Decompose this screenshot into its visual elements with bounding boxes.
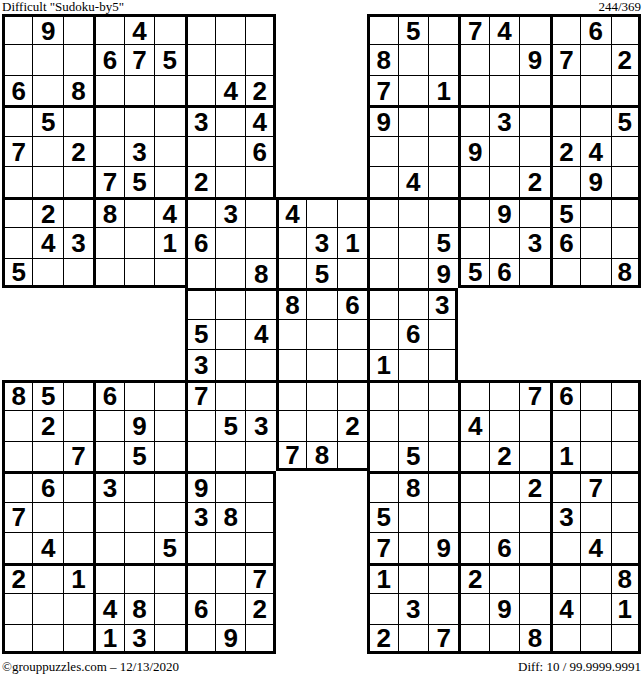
empty-cell-r3-c13[interactable] xyxy=(398,105,428,135)
empty-cell-r1-c7[interactable] xyxy=(215,44,245,74)
empty-cell-r13-c0[interactable] xyxy=(2,410,32,440)
empty-cell-r11-c11[interactable] xyxy=(337,349,367,379)
given-cell-r17-c5: 5 xyxy=(154,532,184,562)
empty-cell-r12-c16[interactable] xyxy=(489,380,519,410)
empty-cell-r5-c5[interactable] xyxy=(154,166,184,196)
empty-cell-r4-c7[interactable] xyxy=(215,136,245,166)
empty-cell-r13-c16[interactable] xyxy=(489,410,519,440)
empty-cell-r1-c1[interactable] xyxy=(32,44,62,74)
empty-cell-r16-c19[interactable] xyxy=(580,502,610,532)
empty-cell-r18-c7[interactable] xyxy=(215,563,245,593)
empty-cell-r15-c8[interactable] xyxy=(245,471,275,501)
empty-cell-r6-c13[interactable] xyxy=(398,197,428,227)
empty-cell-r1-c14[interactable] xyxy=(428,44,458,74)
empty-cell-r16-c2[interactable] xyxy=(63,502,93,532)
empty-cell-r13-c6[interactable] xyxy=(185,410,215,440)
empty-cell-r17-c18[interactable] xyxy=(550,532,580,562)
empty-cell-r12-c11[interactable] xyxy=(337,380,367,410)
empty-cell-r6-c17[interactable] xyxy=(519,197,549,227)
empty-cell-r8-c2[interactable] xyxy=(63,258,93,288)
empty-cell-r7-c7[interactable] xyxy=(215,227,245,257)
empty-cell-r20-c2[interactable] xyxy=(63,624,93,654)
empty-cell-r5-c15[interactable] xyxy=(458,166,488,196)
empty-cell-r2-c19[interactable] xyxy=(580,75,610,105)
void-r18-c9 xyxy=(276,563,306,593)
empty-cell-r14-c15[interactable] xyxy=(458,441,488,471)
empty-cell-r13-c17[interactable] xyxy=(519,410,549,440)
empty-cell-r19-c15[interactable] xyxy=(458,593,488,623)
given-cell-r16-c0: 7 xyxy=(2,502,32,532)
given-cell-r3-c16: 3 xyxy=(489,105,519,135)
empty-cell-r11-c8[interactable] xyxy=(245,349,275,379)
empty-cell-r10-c10[interactable] xyxy=(306,319,336,349)
empty-cell-r20-c18[interactable] xyxy=(550,624,580,654)
empty-cell-r16-c16[interactable] xyxy=(489,502,519,532)
empty-cell-r5-c14[interactable] xyxy=(428,166,458,196)
empty-cell-r8-c11[interactable] xyxy=(337,258,367,288)
empty-cell-r12-c9[interactable] xyxy=(276,380,306,410)
empty-cell-r18-c13[interactable] xyxy=(398,563,428,593)
empty-cell-r15-c20[interactable] xyxy=(611,471,641,501)
empty-cell-r4-c17[interactable] xyxy=(519,136,549,166)
given-cell-r19-c3: 4 xyxy=(93,593,123,623)
empty-cell-r8-c6[interactable] xyxy=(185,258,215,288)
empty-cell-r4-c3[interactable] xyxy=(93,136,123,166)
given-cell-r12-c17: 7 xyxy=(519,380,549,410)
empty-cell-r2-c18[interactable] xyxy=(550,75,580,105)
empty-cell-r17-c20[interactable] xyxy=(611,532,641,562)
empty-cell-r3-c2[interactable] xyxy=(63,105,93,135)
empty-cell-r8-c7[interactable] xyxy=(215,258,245,288)
empty-cell-r6-c8[interactable] xyxy=(245,197,275,227)
empty-cell-r18-c4[interactable] xyxy=(124,563,154,593)
void-r11-c16 xyxy=(489,349,519,379)
empty-cell-r8-c9[interactable] xyxy=(276,258,306,288)
empty-cell-r3-c0[interactable] xyxy=(2,105,32,135)
empty-cell-r9-c6[interactable] xyxy=(185,288,215,318)
empty-cell-r8-c19[interactable] xyxy=(580,258,610,288)
empty-cell-r13-c19[interactable] xyxy=(580,410,610,440)
given-cell-r4-c19: 4 xyxy=(580,136,610,166)
given-cell-r6-c5: 4 xyxy=(154,197,184,227)
empty-cell-r1-c13[interactable] xyxy=(398,44,428,74)
empty-cell-r14-c19[interactable] xyxy=(580,441,610,471)
void-r9-c19 xyxy=(580,288,610,318)
void-r15-c11 xyxy=(337,471,367,501)
empty-cell-r20-c13[interactable] xyxy=(398,624,428,654)
given-cell-r14-c9: 7 xyxy=(276,441,306,471)
empty-cell-r14-c5[interactable] xyxy=(154,441,184,471)
empty-cell-r19-c12[interactable] xyxy=(367,593,397,623)
empty-cell-r7-c19[interactable] xyxy=(580,227,610,257)
empty-cell-r15-c14[interactable] xyxy=(428,471,458,501)
empty-cell-r13-c12[interactable] xyxy=(367,410,397,440)
given-cell-r6-c9: 4 xyxy=(276,197,306,227)
empty-cell-r5-c12[interactable] xyxy=(367,166,397,196)
empty-cell-r2-c17[interactable] xyxy=(519,75,549,105)
given-cell-r19-c6: 6 xyxy=(185,593,215,623)
empty-cell-r16-c14[interactable] xyxy=(428,502,458,532)
empty-cell-r8-c1[interactable] xyxy=(32,258,62,288)
empty-cell-r18-c19[interactable] xyxy=(580,563,610,593)
given-cell-r5-c19: 9 xyxy=(580,166,610,196)
empty-cell-r18-c16[interactable] xyxy=(489,563,519,593)
empty-cell-r9-c7[interactable] xyxy=(215,288,245,318)
empty-cell-r3-c3[interactable] xyxy=(93,105,123,135)
empty-cell-r12-c12[interactable] xyxy=(367,380,397,410)
empty-cell-r18-c6[interactable] xyxy=(185,563,215,593)
empty-cell-r16-c17[interactable] xyxy=(519,502,549,532)
empty-cell-r12-c5[interactable] xyxy=(154,380,184,410)
given-cell-r19-c18: 4 xyxy=(550,593,580,623)
empty-cell-r3-c4[interactable] xyxy=(124,105,154,135)
empty-cell-r17-c13[interactable] xyxy=(398,532,428,562)
void-r9-c15 xyxy=(458,288,488,318)
empty-cell-r15-c7[interactable] xyxy=(215,471,245,501)
empty-cell-r14-c1[interactable] xyxy=(32,441,62,471)
empty-cell-r20-c16[interactable] xyxy=(489,624,519,654)
given-cell-r3-c1: 5 xyxy=(32,105,62,135)
empty-cell-r11-c7[interactable] xyxy=(215,349,245,379)
empty-cell-r11-c9[interactable] xyxy=(276,349,306,379)
empty-cell-r12-c2[interactable] xyxy=(63,380,93,410)
empty-cell-r2-c16[interactable] xyxy=(489,75,519,105)
empty-cell-r14-c7[interactable] xyxy=(215,441,245,471)
empty-cell-r13-c3[interactable] xyxy=(93,410,123,440)
empty-cell-r17-c0[interactable] xyxy=(2,532,32,562)
empty-cell-r15-c16[interactable] xyxy=(489,471,519,501)
empty-cell-r16-c15[interactable] xyxy=(458,502,488,532)
empty-cell-r8-c4[interactable] xyxy=(124,258,154,288)
empty-cell-r2-c20[interactable] xyxy=(611,75,641,105)
empty-cell-r20-c20[interactable] xyxy=(611,624,641,654)
given-cell-r7-c18: 6 xyxy=(550,227,580,257)
empty-cell-r16-c13[interactable] xyxy=(398,502,428,532)
empty-cell-r13-c13[interactable] xyxy=(398,410,428,440)
puzzle-counter: 244/369 xyxy=(598,0,641,14)
empty-cell-r11-c14[interactable] xyxy=(428,349,458,379)
given-cell-r3-c8: 4 xyxy=(245,105,275,135)
empty-cell-r13-c10[interactable] xyxy=(306,410,336,440)
empty-cell-r12-c15[interactable] xyxy=(458,380,488,410)
empty-cell-r14-c11[interactable] xyxy=(337,441,367,471)
empty-cell-r12-c10[interactable] xyxy=(306,380,336,410)
void-r10-c3 xyxy=(93,319,123,349)
empty-cell-r7-c4[interactable] xyxy=(124,227,154,257)
empty-cell-r18-c5[interactable] xyxy=(154,563,184,593)
empty-cell-r16-c20[interactable] xyxy=(611,502,641,532)
given-cell-r6-c18: 5 xyxy=(550,197,580,227)
empty-cell-r9-c10[interactable] xyxy=(306,288,336,318)
empty-cell-r2-c3[interactable] xyxy=(93,75,123,105)
empty-cell-r17-c3[interactable] xyxy=(93,532,123,562)
empty-cell-r17-c4[interactable] xyxy=(124,532,154,562)
empty-cell-r18-c1[interactable] xyxy=(32,563,62,593)
empty-cell-r17-c2[interactable] xyxy=(63,532,93,562)
empty-cell-r18-c17[interactable] xyxy=(519,563,549,593)
empty-cell-r7-c12[interactable] xyxy=(367,227,397,257)
empty-cell-r4-c1[interactable] xyxy=(32,136,62,166)
empty-cell-r3-c18[interactable] xyxy=(550,105,580,135)
empty-cell-r19-c2[interactable] xyxy=(63,593,93,623)
difficulty-text: Diff: 10 / 99.9999.9991 xyxy=(518,659,641,675)
empty-cell-r4-c14[interactable] xyxy=(428,136,458,166)
void-r10-c18 xyxy=(550,319,580,349)
empty-cell-r12-c14[interactable] xyxy=(428,380,458,410)
empty-cell-r9-c12[interactable] xyxy=(367,288,397,318)
empty-cell-r19-c17[interactable] xyxy=(519,593,549,623)
empty-cell-r18-c18[interactable] xyxy=(550,563,580,593)
empty-cell-r0-c6[interactable] xyxy=(185,14,215,44)
empty-cell-r6-c20[interactable] xyxy=(611,197,641,227)
void-r5-c11 xyxy=(337,166,367,196)
empty-cell-r8-c18[interactable] xyxy=(550,258,580,288)
empty-cell-r16-c8[interactable] xyxy=(245,502,275,532)
empty-cell-r7-c15[interactable] xyxy=(458,227,488,257)
empty-cell-r5-c1[interactable] xyxy=(32,166,62,196)
given-cell-r16-c12: 5 xyxy=(367,502,397,532)
given-cell-r15-c17: 2 xyxy=(519,471,549,501)
empty-cell-r1-c16[interactable] xyxy=(489,44,519,74)
empty-cell-r5-c0[interactable] xyxy=(2,166,32,196)
empty-cell-r12-c19[interactable] xyxy=(580,380,610,410)
empty-cell-r20-c15[interactable] xyxy=(458,624,488,654)
empty-cell-r5-c16[interactable] xyxy=(489,166,519,196)
empty-cell-r0-c12[interactable] xyxy=(367,14,397,44)
empty-cell-r14-c0[interactable] xyxy=(2,441,32,471)
empty-cell-r13-c20[interactable] xyxy=(611,410,641,440)
empty-cell-r2-c1[interactable] xyxy=(32,75,62,105)
empty-cell-r16-c1[interactable] xyxy=(32,502,62,532)
given-cell-r11-c6: 3 xyxy=(185,349,215,379)
given-cell-r0-c19: 6 xyxy=(580,14,610,44)
empty-cell-r1-c6[interactable] xyxy=(185,44,215,74)
empty-cell-r7-c3[interactable] xyxy=(93,227,123,257)
empty-cell-r0-c5[interactable] xyxy=(154,14,184,44)
empty-cell-r7-c16[interactable] xyxy=(489,227,519,257)
empty-cell-r8-c5[interactable] xyxy=(154,258,184,288)
empty-cell-r13-c18[interactable] xyxy=(550,410,580,440)
empty-cell-r6-c2[interactable] xyxy=(63,197,93,227)
empty-cell-r7-c9[interactable] xyxy=(276,227,306,257)
empty-cell-r5-c18[interactable] xyxy=(550,166,580,196)
empty-cell-r13-c14[interactable] xyxy=(428,410,458,440)
empty-cell-r3-c15[interactable] xyxy=(458,105,488,135)
empty-cell-r6-c0[interactable] xyxy=(2,197,32,227)
empty-cell-r19-c0[interactable] xyxy=(2,593,32,623)
empty-cell-r15-c5[interactable] xyxy=(154,471,184,501)
empty-cell-r17-c6[interactable] xyxy=(185,532,215,562)
empty-cell-r16-c3[interactable] xyxy=(93,502,123,532)
empty-cell-r2-c6[interactable] xyxy=(185,75,215,105)
empty-cell-r6-c12[interactable] xyxy=(367,197,397,227)
empty-cell-r8-c3[interactable] xyxy=(93,258,123,288)
empty-cell-r16-c4[interactable] xyxy=(124,502,154,532)
void-r20-c9 xyxy=(276,624,306,654)
empty-cell-r0-c17[interactable] xyxy=(519,14,549,44)
given-cell-r3-c6: 3 xyxy=(185,105,215,135)
void-r2-c9 xyxy=(276,75,306,105)
empty-cell-r12-c7[interactable] xyxy=(215,380,245,410)
empty-cell-r12-c20[interactable] xyxy=(611,380,641,410)
empty-cell-r10-c12[interactable] xyxy=(367,319,397,349)
given-cell-r2-c12: 7 xyxy=(367,75,397,105)
void-r10-c2 xyxy=(63,319,93,349)
void-r19-c10 xyxy=(306,593,336,623)
empty-cell-r10-c11[interactable] xyxy=(337,319,367,349)
empty-cell-r7-c8[interactable] xyxy=(245,227,275,257)
empty-cell-r13-c9[interactable] xyxy=(276,410,306,440)
empty-cell-r4-c16[interactable] xyxy=(489,136,519,166)
empty-cell-r1-c0[interactable] xyxy=(2,44,32,74)
given-cell-r13-c4: 9 xyxy=(124,410,154,440)
empty-cell-r15-c2[interactable] xyxy=(63,471,93,501)
empty-cell-r1-c2[interactable] xyxy=(63,44,93,74)
void-r9-c3 xyxy=(93,288,123,318)
void-r11-c19 xyxy=(580,349,610,379)
empty-cell-r6-c11[interactable] xyxy=(337,197,367,227)
void-r17-c9 xyxy=(276,532,306,562)
empty-cell-r3-c19[interactable] xyxy=(580,105,610,135)
empty-cell-r17-c7[interactable] xyxy=(215,532,245,562)
void-r11-c18 xyxy=(550,349,580,379)
void-r9-c16 xyxy=(489,288,519,318)
empty-cell-r6-c10[interactable] xyxy=(306,197,336,227)
empty-cell-r11-c13[interactable] xyxy=(398,349,428,379)
empty-cell-r0-c18[interactable] xyxy=(550,14,580,44)
given-cell-r2-c8: 2 xyxy=(245,75,275,105)
empty-cell-r17-c17[interactable] xyxy=(519,532,549,562)
empty-cell-r8-c12[interactable] xyxy=(367,258,397,288)
empty-cell-r4-c20[interactable] xyxy=(611,136,641,166)
empty-cell-r14-c12[interactable] xyxy=(367,441,397,471)
empty-cell-r18-c3[interactable] xyxy=(93,563,123,593)
empty-cell-r10-c9[interactable] xyxy=(276,319,306,349)
empty-cell-r13-c5[interactable] xyxy=(154,410,184,440)
empty-cell-r15-c18[interactable] xyxy=(550,471,580,501)
empty-cell-r20-c6[interactable] xyxy=(185,624,215,654)
empty-cell-r9-c13[interactable] xyxy=(398,288,428,318)
empty-cell-r13-c2[interactable] xyxy=(63,410,93,440)
given-cell-r19-c8: 2 xyxy=(245,593,275,623)
empty-cell-r8-c13[interactable] xyxy=(398,258,428,288)
void-r3-c11 xyxy=(337,105,367,135)
empty-cell-r19-c1[interactable] xyxy=(32,593,62,623)
empty-cell-r20-c8[interactable] xyxy=(245,624,275,654)
empty-cell-r5-c20[interactable] xyxy=(611,166,641,196)
given-cell-r14-c4: 5 xyxy=(124,441,154,471)
empty-cell-r5-c2[interactable] xyxy=(63,166,93,196)
empty-cell-r15-c15[interactable] xyxy=(458,471,488,501)
empty-cell-r6-c6[interactable] xyxy=(185,197,215,227)
given-cell-r10-c6: 5 xyxy=(185,319,215,349)
empty-cell-r20-c5[interactable] xyxy=(154,624,184,654)
void-r18-c11 xyxy=(337,563,367,593)
given-cell-r6-c1: 2 xyxy=(32,197,62,227)
empty-cell-r6-c19[interactable] xyxy=(580,197,610,227)
empty-cell-r14-c3[interactable] xyxy=(93,441,123,471)
empty-cell-r3-c17[interactable] xyxy=(519,105,549,135)
empty-cell-r20-c0[interactable] xyxy=(2,624,32,654)
empty-cell-r7-c0[interactable] xyxy=(2,227,32,257)
empty-cell-r7-c20[interactable] xyxy=(611,227,641,257)
empty-cell-r20-c19[interactable] xyxy=(580,624,610,654)
empty-cell-r12-c13[interactable] xyxy=(398,380,428,410)
empty-cell-r0-c14[interactable] xyxy=(428,14,458,44)
empty-cell-r6-c14[interactable] xyxy=(428,197,458,227)
empty-cell-r15-c4[interactable] xyxy=(124,471,154,501)
empty-cell-r3-c7[interactable] xyxy=(215,105,245,135)
empty-cell-r12-c8[interactable] xyxy=(245,380,275,410)
empty-cell-r8-c17[interactable] xyxy=(519,258,549,288)
empty-cell-r14-c17[interactable] xyxy=(519,441,549,471)
empty-cell-r10-c7[interactable] xyxy=(215,319,245,349)
empty-cell-r17-c15[interactable] xyxy=(458,532,488,562)
empty-cell-r16-c5[interactable] xyxy=(154,502,184,532)
empty-cell-r10-c14[interactable] xyxy=(428,319,458,349)
empty-cell-r11-c10[interactable] xyxy=(306,349,336,379)
empty-cell-r0-c2[interactable] xyxy=(63,14,93,44)
empty-cell-r14-c20[interactable] xyxy=(611,441,641,471)
empty-cell-r3-c5[interactable] xyxy=(154,105,184,135)
given-cell-r12-c1: 5 xyxy=(32,380,62,410)
empty-cell-r0-c7[interactable] xyxy=(215,14,245,44)
empty-cell-r15-c12[interactable] xyxy=(367,471,397,501)
empty-cell-r18-c14[interactable] xyxy=(428,563,458,593)
empty-cell-r9-c8[interactable] xyxy=(245,288,275,318)
empty-cell-r12-c4[interactable] xyxy=(124,380,154,410)
empty-cell-r6-c15[interactable] xyxy=(458,197,488,227)
empty-cell-r0-c20[interactable] xyxy=(611,14,641,44)
empty-cell-r6-c4[interactable] xyxy=(124,197,154,227)
void-r9-c17 xyxy=(519,288,549,318)
empty-cell-r1-c19[interactable] xyxy=(580,44,610,74)
given-cell-r15-c3: 3 xyxy=(93,471,123,501)
empty-cell-r15-c0[interactable] xyxy=(2,471,32,501)
empty-cell-r0-c0[interactable] xyxy=(2,14,32,44)
empty-cell-r2-c5[interactable] xyxy=(154,75,184,105)
empty-cell-r19-c19[interactable] xyxy=(580,593,610,623)
empty-cell-r4-c6[interactable] xyxy=(185,136,215,166)
empty-cell-r5-c8[interactable] xyxy=(245,166,275,196)
empty-cell-r4-c5[interactable] xyxy=(154,136,184,166)
void-r10-c1 xyxy=(32,319,62,349)
empty-cell-r7-c13[interactable] xyxy=(398,227,428,257)
empty-cell-r17-c8[interactable] xyxy=(245,532,275,562)
empty-cell-r1-c15[interactable] xyxy=(458,44,488,74)
empty-cell-r19-c7[interactable] xyxy=(215,593,245,623)
given-cell-r19-c13: 3 xyxy=(398,593,428,623)
empty-cell-r4-c12[interactable] xyxy=(367,136,397,166)
empty-cell-r20-c1[interactable] xyxy=(32,624,62,654)
empty-cell-r14-c14[interactable] xyxy=(428,441,458,471)
empty-cell-r1-c8[interactable] xyxy=(245,44,275,74)
empty-cell-r5-c7[interactable] xyxy=(215,166,245,196)
empty-cell-r0-c3[interactable] xyxy=(93,14,123,44)
empty-cell-r14-c8[interactable] xyxy=(245,441,275,471)
empty-cell-r2-c15[interactable] xyxy=(458,75,488,105)
empty-cell-r2-c4[interactable] xyxy=(124,75,154,105)
void-r11-c4 xyxy=(124,349,154,379)
empty-cell-r19-c5[interactable] xyxy=(154,593,184,623)
empty-cell-r3-c14[interactable] xyxy=(428,105,458,135)
empty-cell-r14-c6[interactable] xyxy=(185,441,215,471)
empty-cell-r2-c13[interactable] xyxy=(398,75,428,105)
empty-cell-r0-c8[interactable] xyxy=(245,14,275,44)
given-cell-r8-c10: 5 xyxy=(306,258,336,288)
empty-cell-r19-c14[interactable] xyxy=(428,593,458,623)
empty-cell-r4-c13[interactable] xyxy=(398,136,428,166)
